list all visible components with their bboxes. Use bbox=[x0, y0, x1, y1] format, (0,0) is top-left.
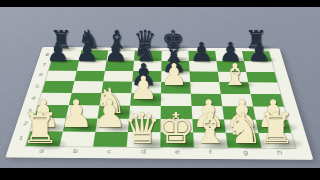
white-pawn-e5[interactable]: ♟ bbox=[161, 57, 188, 92]
white-pawn-b2[interactable]: ♟ bbox=[59, 92, 93, 136]
black-pawn-b7[interactable]: ♟ bbox=[75, 37, 98, 67]
white-rook-a1[interactable]: ♜ bbox=[21, 104, 59, 153]
white-bishop-f1[interactable]: ♝ bbox=[191, 104, 229, 153]
white-bishop-g5[interactable]: ♝ bbox=[221, 57, 248, 92]
white-pawn-d4[interactable]: ♟ bbox=[129, 69, 158, 107]
square-a5[interactable] bbox=[42, 81, 74, 93]
square-f6[interactable] bbox=[190, 71, 220, 82]
black-pawn-f7[interactable]: ♟ bbox=[190, 37, 213, 67]
file-label-c: c bbox=[107, 149, 112, 155]
square-h6[interactable] bbox=[246, 72, 277, 83]
white-rook-h1[interactable]: ♜ bbox=[257, 104, 295, 153]
rank-label-5: 5 bbox=[34, 85, 40, 89]
black-pawn-c7[interactable]: ♟ bbox=[104, 37, 127, 67]
black-pawn-a7[interactable]: ♟ bbox=[46, 37, 69, 67]
file-label-b: b bbox=[72, 149, 78, 155]
black-pawn-h7[interactable]: ♟ bbox=[247, 37, 270, 67]
white-king-e1[interactable]: ♚ bbox=[157, 104, 195, 153]
white-pawn-c2[interactable]: ♟ bbox=[92, 92, 126, 136]
chess-scene: 12345678 abcdefgh ♜♞♝♛♚♜♟♟♟♞♝♟♟♟♟♟♟♝♟♞♟♟… bbox=[0, 0, 320, 180]
rank-label-6: 6 bbox=[38, 74, 44, 78]
letterbox-bottom-bar bbox=[0, 168, 320, 180]
square-a6[interactable] bbox=[45, 70, 76, 81]
white-queen-d1[interactable]: ♛ bbox=[123, 104, 161, 153]
